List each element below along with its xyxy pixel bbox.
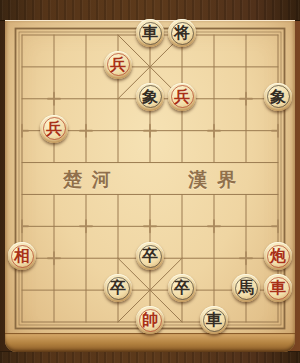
piece-glyph: 相 xyxy=(14,248,30,264)
piece-black-soldier-2[interactable]: 卒 xyxy=(104,274,132,302)
xiangqi-board[interactable] xyxy=(5,20,295,352)
xiangqi-app: 楚河 漢界 車将兵象兵象兵相卒炮卒卒馬車帥車 xyxy=(0,0,300,363)
river-label-chu-he: 楚河 xyxy=(63,167,121,191)
piece-glyph: 兵 xyxy=(110,57,126,73)
piece-black-chariot-1[interactable]: 車 xyxy=(136,19,164,47)
piece-black-elephant-1[interactable]: 象 xyxy=(136,83,164,111)
piece-glyph: 卒 xyxy=(142,248,158,264)
board-front-edge xyxy=(5,333,295,352)
piece-black-soldier-3[interactable]: 卒 xyxy=(168,274,196,302)
piece-glyph: 兵 xyxy=(174,89,190,105)
piece-glyph: 卒 xyxy=(110,280,126,296)
piece-black-general[interactable]: 将 xyxy=(168,19,196,47)
piece-glyph: 象 xyxy=(270,89,286,105)
piece-red-chariot-1[interactable]: 車 xyxy=(264,274,292,302)
wood-frame-top xyxy=(0,0,300,21)
wood-frame-bottom xyxy=(0,351,300,363)
piece-black-elephant-2[interactable]: 象 xyxy=(264,83,292,111)
piece-glyph: 炮 xyxy=(270,248,286,264)
piece-glyph: 象 xyxy=(142,89,158,105)
piece-black-horse-1[interactable]: 馬 xyxy=(232,274,260,302)
piece-glyph: 帥 xyxy=(142,312,158,328)
piece-red-soldier-2[interactable]: 兵 xyxy=(168,83,196,111)
piece-glyph: 車 xyxy=(142,25,158,41)
piece-glyph: 卒 xyxy=(174,280,190,296)
piece-glyph: 将 xyxy=(174,25,190,41)
piece-glyph: 車 xyxy=(270,280,286,296)
piece-black-chariot-2[interactable]: 車 xyxy=(200,306,228,334)
piece-red-soldier-3[interactable]: 兵 xyxy=(40,115,68,143)
piece-glyph: 車 xyxy=(206,312,222,328)
piece-glyph: 馬 xyxy=(238,280,254,296)
piece-glyph: 兵 xyxy=(46,121,62,137)
piece-red-soldier-1[interactable]: 兵 xyxy=(104,51,132,79)
piece-red-general[interactable]: 帥 xyxy=(136,306,164,334)
river-label-han-jie: 漢界 xyxy=(188,167,246,191)
